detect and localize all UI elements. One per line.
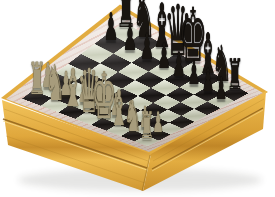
chess-set-photo: ♜♞♝♛♚♝♞♜♟♟♟♟♟♟♟♟♟♟♟♟♟♟♟♟♜♞♝♛♚♝♞♜	[0, 0, 275, 197]
